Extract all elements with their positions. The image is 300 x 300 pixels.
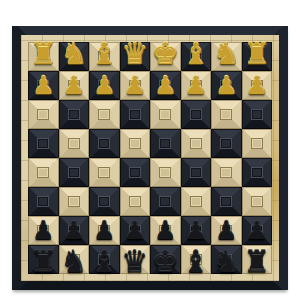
board-border-strip: ♜♞♝♛♚♝♞♜♟♟♟♟♟♟♟♟♟♟♟♟♟♟♟♟♜♞♝♛♚♝♞♜ xyxy=(21,35,279,281)
square-h6[interactable] xyxy=(242,100,273,129)
square-e7[interactable]: ♟ xyxy=(150,71,181,100)
piece-black-knight[interactable]: ♞ xyxy=(60,246,87,276)
square-a1[interactable]: ♜ xyxy=(28,245,59,274)
square-b1[interactable]: ♞ xyxy=(59,245,90,274)
piece-gold-rook[interactable]: ♜ xyxy=(243,39,270,69)
square-g7[interactable]: ♟ xyxy=(211,71,242,100)
square-b3[interactable] xyxy=(59,187,90,216)
piece-gold-knight[interactable]: ♞ xyxy=(213,39,240,69)
piece-black-bishop[interactable]: ♝ xyxy=(182,246,209,276)
square-e3[interactable] xyxy=(150,187,181,216)
piece-black-pawn[interactable]: ♟ xyxy=(32,218,54,243)
square-f2[interactable]: ♟ xyxy=(181,216,212,245)
square-e6[interactable] xyxy=(150,100,181,129)
square-h5[interactable] xyxy=(242,129,273,158)
square-f7[interactable]: ♟ xyxy=(181,71,212,100)
square-f5[interactable] xyxy=(181,129,212,158)
piece-gold-pawn[interactable]: ♟ xyxy=(124,73,146,98)
piece-black-queen[interactable]: ♛ xyxy=(121,246,148,276)
square-d7[interactable]: ♟ xyxy=(120,71,151,100)
square-f4[interactable] xyxy=(181,158,212,187)
piece-gold-pawn[interactable]: ♟ xyxy=(63,73,85,98)
square-f3[interactable] xyxy=(181,187,212,216)
square-h4[interactable] xyxy=(242,158,273,187)
piece-gold-king[interactable]: ♚ xyxy=(152,39,179,69)
square-c2[interactable]: ♟ xyxy=(89,216,120,245)
square-f1[interactable]: ♝ xyxy=(181,245,212,274)
square-c6[interactable] xyxy=(89,100,120,129)
square-d1[interactable]: ♛ xyxy=(120,245,151,274)
square-d8[interactable]: ♛ xyxy=(120,42,151,71)
square-a6[interactable] xyxy=(28,100,59,129)
piece-black-rook[interactable]: ♜ xyxy=(30,246,57,276)
square-d3[interactable] xyxy=(120,187,151,216)
square-b4[interactable] xyxy=(59,158,90,187)
piece-gold-pawn[interactable]: ♟ xyxy=(246,73,268,98)
piece-gold-pawn[interactable]: ♟ xyxy=(185,73,207,98)
square-e5[interactable] xyxy=(150,129,181,158)
square-a5[interactable] xyxy=(28,129,59,158)
piece-black-pawn[interactable]: ♟ xyxy=(215,218,237,243)
square-g1[interactable]: ♞ xyxy=(211,245,242,274)
square-g4[interactable] xyxy=(211,158,242,187)
square-a7[interactable]: ♟ xyxy=(28,71,59,100)
piece-gold-pawn[interactable]: ♟ xyxy=(93,73,115,98)
square-f6[interactable] xyxy=(181,100,212,129)
square-b2[interactable]: ♟ xyxy=(59,216,90,245)
piece-black-knight[interactable]: ♞ xyxy=(213,246,240,276)
piece-gold-bishop[interactable]: ♝ xyxy=(182,39,209,69)
square-h1[interactable]: ♜ xyxy=(242,245,273,274)
piece-black-pawn[interactable]: ♟ xyxy=(246,218,268,243)
piece-black-pawn[interactable]: ♟ xyxy=(93,218,115,243)
piece-gold-bishop[interactable]: ♝ xyxy=(91,39,118,69)
piece-black-king[interactable]: ♚ xyxy=(152,246,179,276)
square-b7[interactable]: ♟ xyxy=(59,71,90,100)
square-a8[interactable]: ♜ xyxy=(28,42,59,71)
piece-gold-rook[interactable]: ♜ xyxy=(30,39,57,69)
square-c7[interactable]: ♟ xyxy=(89,71,120,100)
square-a3[interactable] xyxy=(28,187,59,216)
square-g6[interactable] xyxy=(211,100,242,129)
piece-gold-pawn[interactable]: ♟ xyxy=(32,73,54,98)
square-b8[interactable]: ♞ xyxy=(59,42,90,71)
piece-black-rook[interactable]: ♜ xyxy=(243,246,270,276)
square-h7[interactable]: ♟ xyxy=(242,71,273,100)
piece-gold-pawn[interactable]: ♟ xyxy=(154,73,176,98)
square-d5[interactable] xyxy=(120,129,151,158)
piece-gold-queen[interactable]: ♛ xyxy=(121,39,148,69)
board-frame: ♜♞♝♛♚♝♞♜♟♟♟♟♟♟♟♟♟♟♟♟♟♟♟♟♜♞♝♛♚♝♞♜ xyxy=(12,26,288,290)
square-a2[interactable]: ♟ xyxy=(28,216,59,245)
square-e2[interactable]: ♟ xyxy=(150,216,181,245)
piece-black-pawn[interactable]: ♟ xyxy=(63,218,85,243)
square-c1[interactable]: ♝ xyxy=(89,245,120,274)
piece-gold-knight[interactable]: ♞ xyxy=(60,39,87,69)
square-g3[interactable] xyxy=(211,187,242,216)
square-g5[interactable] xyxy=(211,129,242,158)
square-h2[interactable]: ♟ xyxy=(242,216,273,245)
piece-gold-pawn[interactable]: ♟ xyxy=(215,73,237,98)
square-c8[interactable]: ♝ xyxy=(89,42,120,71)
piece-black-pawn[interactable]: ♟ xyxy=(185,218,207,243)
square-d2[interactable]: ♟ xyxy=(120,216,151,245)
piece-black-pawn[interactable]: ♟ xyxy=(124,218,146,243)
square-g8[interactable]: ♞ xyxy=(211,42,242,71)
piece-black-bishop[interactable]: ♝ xyxy=(91,246,118,276)
board-grid: ♜♞♝♛♚♝♞♜♟♟♟♟♟♟♟♟♟♟♟♟♟♟♟♟♜♞♝♛♚♝♞♜ xyxy=(28,42,272,274)
piece-black-pawn[interactable]: ♟ xyxy=(154,218,176,243)
square-f8[interactable]: ♝ xyxy=(181,42,212,71)
square-e1[interactable]: ♚ xyxy=(150,245,181,274)
square-a4[interactable] xyxy=(28,158,59,187)
square-e4[interactable] xyxy=(150,158,181,187)
square-h3[interactable] xyxy=(242,187,273,216)
square-b5[interactable] xyxy=(59,129,90,158)
chess-photo-scene: ♜♞♝♛♚♝♞♜♟♟♟♟♟♟♟♟♟♟♟♟♟♟♟♟♜♞♝♛♚♝♞♜ xyxy=(0,0,300,300)
square-c3[interactable] xyxy=(89,187,120,216)
square-b6[interactable] xyxy=(59,100,90,129)
square-e8[interactable]: ♚ xyxy=(150,42,181,71)
square-c4[interactable] xyxy=(89,158,120,187)
square-h8[interactable]: ♜ xyxy=(242,42,273,71)
square-g2[interactable]: ♟ xyxy=(211,216,242,245)
square-d4[interactable] xyxy=(120,158,151,187)
square-c5[interactable] xyxy=(89,129,120,158)
square-d6[interactable] xyxy=(120,100,151,129)
